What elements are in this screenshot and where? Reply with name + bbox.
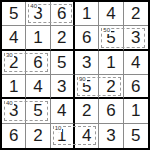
cell-r4c6[interactable]: 6 bbox=[124, 75, 148, 99]
cell-r2c6[interactable]: 3 bbox=[124, 26, 148, 50]
cell-r1c3[interactable]: 6 bbox=[51, 2, 75, 26]
cell-r3c6[interactable]: 4 bbox=[124, 51, 148, 75]
cell-r6c3[interactable]: 1 bbox=[51, 124, 75, 148]
cell-r6c1[interactable]: 6 bbox=[2, 124, 26, 148]
cell-r1c5[interactable]: 4 bbox=[99, 2, 123, 26]
cell-r2c1[interactable]: 4 bbox=[2, 26, 26, 50]
cell-r4c3[interactable]: 3 bbox=[51, 75, 75, 99]
cell-r5c5[interactable]: 6 bbox=[99, 99, 123, 123]
cell-r5c4[interactable]: 2 bbox=[75, 99, 99, 123]
cell-r5c2[interactable]: 5 bbox=[26, 99, 50, 123]
cell-r4c5[interactable]: 2 bbox=[99, 75, 123, 99]
cell-r1c1[interactable]: 5 bbox=[2, 2, 26, 26]
cell-r6c2[interactable]: 2 bbox=[26, 124, 50, 148]
cell-r2c5[interactable]: 5 bbox=[99, 26, 123, 50]
cell-r4c4[interactable]: 5 bbox=[75, 75, 99, 99]
cell-r4c2[interactable]: 4 bbox=[26, 75, 50, 99]
cell-r4c1[interactable]: 1 bbox=[2, 75, 26, 99]
cell-r5c3[interactable]: 4 bbox=[51, 99, 75, 123]
cell-r5c1[interactable]: 3 bbox=[2, 99, 26, 123]
cell-r6c6[interactable]: 5 bbox=[124, 124, 148, 148]
cell-r6c5[interactable]: 3 bbox=[99, 124, 123, 148]
cell-r3c3[interactable]: 5 bbox=[51, 51, 75, 75]
cell-r1c2[interactable]: 3 bbox=[26, 2, 50, 26]
cell-r3c2[interactable]: 6 bbox=[26, 51, 50, 75]
cell-r3c5[interactable]: 1 bbox=[99, 51, 123, 75]
cell-r2c3[interactable]: 2 bbox=[51, 26, 75, 50]
cell-r3c4[interactable]: 3 bbox=[75, 51, 99, 75]
cell-r1c6[interactable]: 2 bbox=[124, 2, 148, 26]
cell-r1c4[interactable]: 1 bbox=[75, 2, 99, 26]
cell-r3c1[interactable]: 2 bbox=[2, 51, 26, 75]
cell-r5c6[interactable]: 1 bbox=[124, 99, 148, 123]
sudoku-board: 5361424126532653141435263542616214354050… bbox=[0, 0, 150, 150]
cell-r2c2[interactable]: 1 bbox=[26, 26, 50, 50]
cell-r6c4[interactable]: 4 bbox=[75, 124, 99, 148]
cell-r2c4[interactable]: 6 bbox=[75, 26, 99, 50]
